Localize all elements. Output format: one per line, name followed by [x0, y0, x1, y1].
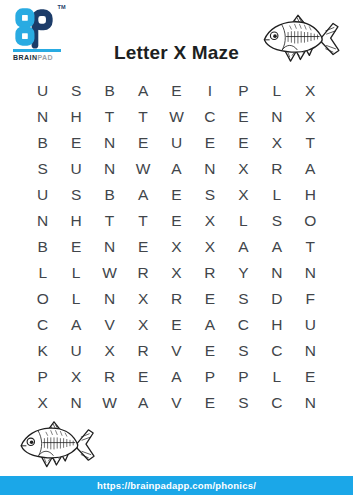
grid-cell-r2c5[interactable]: W: [160, 104, 193, 130]
grid-cell-r2c7[interactable]: E: [227, 104, 260, 130]
grid-cell-r1c5[interactable]: E: [160, 78, 193, 104]
grid-cell-r2c6[interactable]: C: [193, 104, 226, 130]
grid-cell-r1c4[interactable]: A: [126, 78, 159, 104]
grid-cell-r1c8[interactable]: L: [260, 78, 293, 104]
grid-cell-r9c2[interactable]: L: [59, 286, 92, 312]
grid-cell-r12c1[interactable]: P: [26, 364, 59, 390]
grid-cell-r3c1[interactable]: B: [26, 130, 59, 156]
grid-cell-r7c8[interactable]: A: [260, 234, 293, 260]
grid-cell-r2c2[interactable]: H: [59, 104, 92, 130]
footer-url-link[interactable]: https://brainpadapp.com/phonics/: [97, 480, 256, 491]
grid-cell-r12c5[interactable]: A: [160, 364, 193, 390]
grid-cell-r6c2[interactable]: H: [59, 208, 92, 234]
grid-cell-r6c1[interactable]: N: [26, 208, 59, 234]
grid-cell-r10c9[interactable]: U: [294, 312, 327, 338]
grid-cell-r5c9[interactable]: H: [294, 182, 327, 208]
grid-cell-r12c6[interactable]: P: [193, 364, 226, 390]
grid-cell-r5c4[interactable]: A: [126, 182, 159, 208]
grid-cell-r5c7[interactable]: X: [227, 182, 260, 208]
grid-cell-r7c1[interactable]: B: [26, 234, 59, 260]
grid-cell-r4c8[interactable]: R: [260, 156, 293, 182]
grid-cell-r7c9[interactable]: T: [294, 234, 327, 260]
grid-cell-r9c4[interactable]: X: [126, 286, 159, 312]
grid-cell-r6c5[interactable]: E: [160, 208, 193, 234]
bp-monogram-icon: TM: [12, 5, 62, 47]
grid-cell-r11c9[interactable]: N: [294, 338, 327, 364]
grid-cell-r4c7[interactable]: X: [227, 156, 260, 182]
grid-cell-r9c3[interactable]: N: [93, 286, 126, 312]
grid-cell-r10c4[interactable]: X: [126, 312, 159, 338]
grid-cell-r13c7[interactable]: S: [227, 390, 260, 416]
grid-cell-r10c2[interactable]: A: [59, 312, 92, 338]
grid-cell-r13c2[interactable]: N: [59, 390, 92, 416]
grid-cell-r11c6[interactable]: E: [193, 338, 226, 364]
grid-cell-r11c7[interactable]: S: [227, 338, 260, 364]
grid-cell-r8c4[interactable]: R: [126, 260, 159, 286]
grid-cell-r3c9[interactable]: T: [294, 130, 327, 156]
grid-cell-r12c9[interactable]: E: [294, 364, 327, 390]
grid-cell-r1c7[interactable]: P: [227, 78, 260, 104]
grid-cell-r12c4[interactable]: E: [126, 364, 159, 390]
grid-cell-r9c9[interactable]: F: [294, 286, 327, 312]
grid-cell-r12c8[interactable]: L: [260, 364, 293, 390]
grid-cell-r10c8[interactable]: H: [260, 312, 293, 338]
grid-cell-r6c3[interactable]: T: [93, 208, 126, 234]
grid-cell-r6c4[interactable]: T: [126, 208, 159, 234]
grid-cell-r12c7[interactable]: P: [227, 364, 260, 390]
xray-fish-icon-top: [257, 12, 347, 66]
grid-cell-r13c4[interactable]: A: [126, 390, 159, 416]
grid-cell-r10c5[interactable]: E: [160, 312, 193, 338]
grid-cell-r8c9[interactable]: N: [294, 260, 327, 286]
grid-cell-r8c1[interactable]: L: [26, 260, 59, 286]
grid-cell-r4c1[interactable]: S: [26, 156, 59, 182]
grid-cell-r10c1[interactable]: C: [26, 312, 59, 338]
grid-cell-r9c7[interactable]: S: [227, 286, 260, 312]
grid-cell-r9c6[interactable]: E: [193, 286, 226, 312]
grid-cell-r11c8[interactable]: C: [260, 338, 293, 364]
grid-cell-r13c9[interactable]: N: [294, 390, 327, 416]
grid-cell-r7c4[interactable]: E: [126, 234, 159, 260]
grid-cell-r5c8[interactable]: L: [260, 182, 293, 208]
grid-cell-r8c3[interactable]: W: [93, 260, 126, 286]
grid-cell-r11c1[interactable]: K: [26, 338, 59, 364]
grid-cell-r6c7[interactable]: L: [227, 208, 260, 234]
grid-cell-r3c8[interactable]: X: [260, 130, 293, 156]
grid-cell-r4c5[interactable]: A: [160, 156, 193, 182]
grid-cell-r1c3[interactable]: B: [93, 78, 126, 104]
grid-cell-r4c4[interactable]: W: [126, 156, 159, 182]
grid-cell-r11c2[interactable]: U: [59, 338, 92, 364]
grid-cell-r2c4[interactable]: T: [126, 104, 159, 130]
grid-cell-r10c7[interactable]: C: [227, 312, 260, 338]
grid-cell-r1c2[interactable]: S: [59, 78, 92, 104]
grid-cell-r8c6[interactable]: R: [193, 260, 226, 286]
grid-cell-r2c9[interactable]: X: [294, 104, 327, 130]
grid-cell-r13c3[interactable]: W: [93, 390, 126, 416]
grid-cell-r5c2[interactable]: S: [59, 182, 92, 208]
grid-cell-r8c2[interactable]: L: [59, 260, 92, 286]
grid-cell-r8c5[interactable]: X: [160, 260, 193, 286]
grid-cell-r6c9[interactable]: O: [294, 208, 327, 234]
grid-cell-r3c6[interactable]: E: [193, 130, 226, 156]
grid-cell-r13c6[interactable]: E: [193, 390, 226, 416]
grid-cell-r9c1[interactable]: O: [26, 286, 59, 312]
letter-grid: USBAEIPLXNHTTWCENXBENEUEEXTSUNWANXRAUSBA…: [26, 78, 327, 416]
grid-cell-r3c7[interactable]: E: [227, 130, 260, 156]
grid-cell-r1c9[interactable]: X: [294, 78, 327, 104]
grid-cell-r5c3[interactable]: B: [93, 182, 126, 208]
grid-cell-r8c7[interactable]: Y: [227, 260, 260, 286]
grid-cell-r2c8[interactable]: N: [260, 104, 293, 130]
trademark-label: TM: [57, 4, 66, 10]
grid-cell-r7c2[interactable]: E: [59, 234, 92, 260]
grid-cell-r11c3[interactable]: X: [93, 338, 126, 364]
grid-cell-r3c2[interactable]: E: [59, 130, 92, 156]
grid-cell-r7c3[interactable]: N: [93, 234, 126, 260]
footer-bar: https://brainpadapp.com/phonics/: [0, 476, 353, 495]
grid-cell-r13c5[interactable]: V: [160, 390, 193, 416]
worksheet-page: TM BRAINPAD Letter X Maze USBAEIPLXNHTTW…: [0, 0, 353, 500]
grid-cell-r6c6[interactable]: X: [193, 208, 226, 234]
grid-cell-r13c8[interactable]: C: [260, 390, 293, 416]
grid-cell-r7c6[interactable]: X: [193, 234, 226, 260]
grid-cell-r5c5[interactable]: E: [160, 182, 193, 208]
grid-cell-r10c6[interactable]: A: [193, 312, 226, 338]
grid-cell-r12c3[interactable]: R: [93, 364, 126, 390]
grid-cell-r1c6[interactable]: I: [193, 78, 226, 104]
grid-cell-r3c4[interactable]: E: [126, 130, 159, 156]
xray-fish-icon-bottom: [14, 418, 102, 472]
grid-cell-r11c4[interactable]: R: [126, 338, 159, 364]
grid-cell-r11c5[interactable]: V: [160, 338, 193, 364]
grid-cell-r4c9[interactable]: A: [294, 156, 327, 182]
grid-cell-r9c5[interactable]: R: [160, 286, 193, 312]
grid-cell-r3c3[interactable]: N: [93, 130, 126, 156]
grid-cell-r2c3[interactable]: T: [93, 104, 126, 130]
grid-cell-r12c2[interactable]: X: [59, 364, 92, 390]
grid-cell-r2c1[interactable]: N: [26, 104, 59, 130]
grid-cell-r4c2[interactable]: U: [59, 156, 92, 182]
grid-cell-r13c1[interactable]: X: [26, 390, 59, 416]
grid-cell-r9c8[interactable]: D: [260, 286, 293, 312]
grid-cell-r6c8[interactable]: S: [260, 208, 293, 234]
grid-cell-r4c6[interactable]: N: [193, 156, 226, 182]
grid-cell-r7c7[interactable]: A: [227, 234, 260, 260]
grid-cell-r3c5[interactable]: U: [160, 130, 193, 156]
grid-cell-r5c6[interactable]: S: [193, 182, 226, 208]
grid-cell-r8c8[interactable]: N: [260, 260, 293, 286]
grid-cell-r5c1[interactable]: U: [26, 182, 59, 208]
grid-cell-r7c5[interactable]: X: [160, 234, 193, 260]
grid-cell-r10c3[interactable]: V: [93, 312, 126, 338]
grid-cell-r4c3[interactable]: N: [93, 156, 126, 182]
grid-cell-r1c1[interactable]: U: [26, 78, 59, 104]
